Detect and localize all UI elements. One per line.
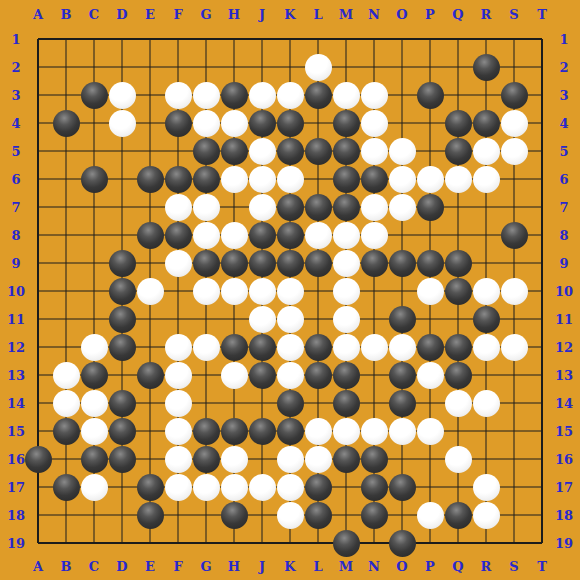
col-label-bottom-N: N bbox=[368, 560, 380, 573]
col-label-top-A: A bbox=[33, 8, 43, 21]
black-stone-D14[interactable] bbox=[109, 390, 136, 417]
row-label-right-12: 12 bbox=[555, 341, 573, 354]
black-stone-M19[interactable] bbox=[333, 530, 360, 557]
col-label-top-S: S bbox=[509, 8, 518, 21]
black-stone-Q5[interactable] bbox=[445, 138, 472, 165]
row-label-left-17: 17 bbox=[7, 481, 25, 494]
white-stone-J7[interactable] bbox=[249, 194, 276, 221]
go-board[interactable]: AABBCCDDEEFFGGHHJJKKLLMMNNOOPPQQRRSSTT11… bbox=[0, 0, 580, 580]
white-stone-K16[interactable] bbox=[277, 446, 304, 473]
white-stone-S5[interactable] bbox=[501, 138, 528, 165]
white-stone-O6[interactable] bbox=[389, 166, 416, 193]
white-stone-J10[interactable] bbox=[249, 278, 276, 305]
white-stone-G3[interactable] bbox=[193, 82, 220, 109]
col-label-top-J: J bbox=[259, 8, 265, 21]
black-stone-D12[interactable] bbox=[109, 334, 136, 361]
row-label-left-10: 10 bbox=[7, 285, 25, 298]
white-stone-L16[interactable] bbox=[305, 446, 332, 473]
black-stone-J12[interactable] bbox=[249, 334, 276, 361]
white-stone-S12[interactable] bbox=[501, 334, 528, 361]
black-stone-H5[interactable] bbox=[221, 138, 248, 165]
black-stone-L12[interactable] bbox=[305, 334, 332, 361]
col-label-top-B: B bbox=[61, 8, 72, 21]
black-stone-J13[interactable] bbox=[249, 362, 276, 389]
white-stone-C12[interactable] bbox=[81, 334, 108, 361]
white-stone-R5[interactable] bbox=[473, 138, 500, 165]
white-stone-C17[interactable] bbox=[81, 474, 108, 501]
black-stone-M14[interactable] bbox=[333, 390, 360, 417]
black-stone-N6[interactable] bbox=[361, 166, 388, 193]
black-stone-J15[interactable] bbox=[249, 418, 276, 445]
col-label-top-E: E bbox=[145, 8, 155, 21]
row-label-right-15: 15 bbox=[555, 425, 573, 438]
col-label-bottom-L: L bbox=[313, 560, 322, 573]
white-stone-D4[interactable] bbox=[109, 110, 136, 137]
white-stone-J17[interactable] bbox=[249, 474, 276, 501]
white-stone-F16[interactable] bbox=[165, 446, 192, 473]
black-stone-O19[interactable] bbox=[389, 530, 416, 557]
black-stone-Q18[interactable] bbox=[445, 502, 472, 529]
black-stone-M7[interactable] bbox=[333, 194, 360, 221]
black-stone-K5[interactable] bbox=[277, 138, 304, 165]
white-stone-N15[interactable] bbox=[361, 418, 388, 445]
col-label-bottom-T: T bbox=[537, 560, 547, 573]
black-stone-R4[interactable] bbox=[473, 110, 500, 137]
row-label-right-5: 5 bbox=[559, 145, 568, 158]
white-stone-R17[interactable] bbox=[473, 474, 500, 501]
col-label-top-R: R bbox=[481, 8, 492, 21]
col-label-top-O: O bbox=[396, 8, 407, 21]
black-stone-H9[interactable] bbox=[221, 250, 248, 277]
col-label-bottom-J: J bbox=[259, 560, 265, 573]
row-label-left-5: 5 bbox=[11, 145, 20, 158]
black-stone-M13[interactable] bbox=[333, 362, 360, 389]
white-stone-G7[interactable] bbox=[193, 194, 220, 221]
white-stone-S10[interactable] bbox=[501, 278, 528, 305]
black-stone-E6[interactable] bbox=[137, 166, 164, 193]
black-stone-A16[interactable] bbox=[25, 446, 52, 473]
white-stone-P10[interactable] bbox=[417, 278, 444, 305]
white-stone-E10[interactable] bbox=[137, 278, 164, 305]
white-stone-M12[interactable] bbox=[333, 334, 360, 361]
black-stone-C6[interactable] bbox=[81, 166, 108, 193]
row-label-left-7: 7 bbox=[11, 201, 20, 214]
row-label-left-14: 14 bbox=[7, 397, 25, 410]
black-stone-M16[interactable] bbox=[333, 446, 360, 473]
black-stone-P3[interactable] bbox=[417, 82, 444, 109]
white-stone-H16[interactable] bbox=[221, 446, 248, 473]
white-stone-M10[interactable] bbox=[333, 278, 360, 305]
black-stone-C3[interactable] bbox=[81, 82, 108, 109]
black-stone-K7[interactable] bbox=[277, 194, 304, 221]
col-label-bottom-P: P bbox=[425, 560, 435, 573]
col-label-bottom-A: A bbox=[33, 560, 43, 573]
black-stone-O14[interactable] bbox=[389, 390, 416, 417]
row-label-left-12: 12 bbox=[7, 341, 25, 354]
col-label-bottom-E: E bbox=[145, 560, 155, 573]
col-label-top-N: N bbox=[368, 8, 380, 21]
black-stone-P12[interactable] bbox=[417, 334, 444, 361]
white-stone-K13[interactable] bbox=[277, 362, 304, 389]
col-label-bottom-G: G bbox=[200, 560, 211, 573]
col-label-top-L: L bbox=[313, 8, 322, 21]
row-label-left-16: 16 bbox=[7, 453, 25, 466]
col-label-bottom-M: M bbox=[339, 560, 353, 573]
white-stone-F13[interactable] bbox=[165, 362, 192, 389]
white-stone-J5[interactable] bbox=[249, 138, 276, 165]
black-stone-N17[interactable] bbox=[361, 474, 388, 501]
white-stone-B13[interactable] bbox=[53, 362, 80, 389]
black-stone-Q9[interactable] bbox=[445, 250, 472, 277]
row-label-right-18: 18 bbox=[555, 509, 573, 522]
white-stone-R18[interactable] bbox=[473, 502, 500, 529]
col-label-bottom-B: B bbox=[61, 560, 72, 573]
white-stone-N5[interactable] bbox=[361, 138, 388, 165]
white-stone-K12[interactable] bbox=[277, 334, 304, 361]
black-stone-L5[interactable] bbox=[305, 138, 332, 165]
white-stone-R6[interactable] bbox=[473, 166, 500, 193]
black-stone-G15[interactable] bbox=[193, 418, 220, 445]
white-stone-K3[interactable] bbox=[277, 82, 304, 109]
row-label-right-13: 13 bbox=[555, 369, 573, 382]
col-label-bottom-O: O bbox=[396, 560, 407, 573]
white-stone-F12[interactable] bbox=[165, 334, 192, 361]
row-label-left-4: 4 bbox=[11, 117, 20, 130]
white-stone-L15[interactable] bbox=[305, 418, 332, 445]
black-stone-K14[interactable] bbox=[277, 390, 304, 417]
row-label-left-9: 9 bbox=[11, 257, 20, 270]
white-stone-M15[interactable] bbox=[333, 418, 360, 445]
col-label-bottom-R: R bbox=[481, 560, 492, 573]
white-stone-M8[interactable] bbox=[333, 222, 360, 249]
white-stone-O5[interactable] bbox=[389, 138, 416, 165]
black-stone-F8[interactable] bbox=[165, 222, 192, 249]
black-stone-C13[interactable] bbox=[81, 362, 108, 389]
row-label-right-6: 6 bbox=[559, 173, 568, 186]
black-stone-M4[interactable] bbox=[333, 110, 360, 137]
row-label-left-6: 6 bbox=[11, 173, 20, 186]
white-stone-N7[interactable] bbox=[361, 194, 388, 221]
col-label-bottom-F: F bbox=[173, 560, 182, 573]
row-label-left-1: 1 bbox=[11, 33, 20, 46]
black-stone-O17[interactable] bbox=[389, 474, 416, 501]
row-label-right-8: 8 bbox=[559, 229, 568, 242]
white-stone-F15[interactable] bbox=[165, 418, 192, 445]
white-stone-L8[interactable] bbox=[305, 222, 332, 249]
white-stone-R10[interactable] bbox=[473, 278, 500, 305]
black-stone-L3[interactable] bbox=[305, 82, 332, 109]
black-stone-R11[interactable] bbox=[473, 306, 500, 333]
white-stone-J11[interactable] bbox=[249, 306, 276, 333]
white-stone-F7[interactable] bbox=[165, 194, 192, 221]
black-stone-P7[interactable] bbox=[417, 194, 444, 221]
row-label-left-11: 11 bbox=[7, 313, 25, 326]
black-stone-G6[interactable] bbox=[193, 166, 220, 193]
row-label-right-9: 9 bbox=[559, 257, 568, 270]
row-label-right-11: 11 bbox=[555, 313, 573, 326]
black-stone-D10[interactable] bbox=[109, 278, 136, 305]
white-stone-N3[interactable] bbox=[361, 82, 388, 109]
col-label-top-P: P bbox=[425, 8, 435, 21]
black-stone-G9[interactable] bbox=[193, 250, 220, 277]
white-stone-J3[interactable] bbox=[249, 82, 276, 109]
black-stone-J8[interactable] bbox=[249, 222, 276, 249]
black-stone-K15[interactable] bbox=[277, 418, 304, 445]
black-stone-N16[interactable] bbox=[361, 446, 388, 473]
black-stone-K8[interactable] bbox=[277, 222, 304, 249]
row-label-right-16: 16 bbox=[555, 453, 573, 466]
col-label-top-D: D bbox=[116, 8, 127, 21]
white-stone-P13[interactable] bbox=[417, 362, 444, 389]
white-stone-Q14[interactable] bbox=[445, 390, 472, 417]
black-stone-R2[interactable] bbox=[473, 54, 500, 81]
row-label-left-15: 15 bbox=[7, 425, 25, 438]
row-label-left-2: 2 bbox=[11, 61, 20, 74]
white-stone-K10[interactable] bbox=[277, 278, 304, 305]
white-stone-K11[interactable] bbox=[277, 306, 304, 333]
white-stone-G12[interactable] bbox=[193, 334, 220, 361]
row-label-left-18: 18 bbox=[7, 509, 25, 522]
col-label-bottom-K: K bbox=[284, 560, 295, 573]
row-label-right-3: 3 bbox=[559, 89, 568, 102]
white-stone-R14[interactable] bbox=[473, 390, 500, 417]
row-label-right-2: 2 bbox=[559, 61, 568, 74]
black-stone-F6[interactable] bbox=[165, 166, 192, 193]
black-stone-H3[interactable] bbox=[221, 82, 248, 109]
white-stone-F14[interactable] bbox=[165, 390, 192, 417]
black-stone-Q13[interactable] bbox=[445, 362, 472, 389]
black-stone-D11[interactable] bbox=[109, 306, 136, 333]
black-stone-P9[interactable] bbox=[417, 250, 444, 277]
white-stone-D3[interactable] bbox=[109, 82, 136, 109]
row-label-right-7: 7 bbox=[559, 201, 568, 214]
black-stone-C16[interactable] bbox=[81, 446, 108, 473]
black-stone-L17[interactable] bbox=[305, 474, 332, 501]
row-label-right-14: 14 bbox=[555, 397, 573, 410]
white-stone-O7[interactable] bbox=[389, 194, 416, 221]
black-stone-M6[interactable] bbox=[333, 166, 360, 193]
white-stone-N4[interactable] bbox=[361, 110, 388, 137]
white-stone-M11[interactable] bbox=[333, 306, 360, 333]
black-stone-B15[interactable] bbox=[53, 418, 80, 445]
black-stone-J4[interactable] bbox=[249, 110, 276, 137]
black-stone-D15[interactable] bbox=[109, 418, 136, 445]
col-label-bottom-S: S bbox=[509, 560, 518, 573]
row-label-left-3: 3 bbox=[11, 89, 20, 102]
black-stone-M5[interactable] bbox=[333, 138, 360, 165]
white-stone-H13[interactable] bbox=[221, 362, 248, 389]
black-stone-N9[interactable] bbox=[361, 250, 388, 277]
white-stone-O15[interactable] bbox=[389, 418, 416, 445]
black-stone-B17[interactable] bbox=[53, 474, 80, 501]
col-label-bottom-C: C bbox=[89, 560, 99, 573]
black-stone-L9[interactable] bbox=[305, 250, 332, 277]
white-stone-G10[interactable] bbox=[193, 278, 220, 305]
col-label-bottom-D: D bbox=[116, 560, 127, 573]
col-label-top-C: C bbox=[89, 8, 99, 21]
black-stone-S8[interactable] bbox=[501, 222, 528, 249]
white-stone-K17[interactable] bbox=[277, 474, 304, 501]
white-stone-H17[interactable] bbox=[221, 474, 248, 501]
white-stone-G17[interactable] bbox=[193, 474, 220, 501]
white-stone-S4[interactable] bbox=[501, 110, 528, 137]
black-stone-Q12[interactable] bbox=[445, 334, 472, 361]
col-label-top-K: K bbox=[284, 8, 295, 21]
white-stone-F3[interactable] bbox=[165, 82, 192, 109]
white-stone-F17[interactable] bbox=[165, 474, 192, 501]
white-stone-K6[interactable] bbox=[277, 166, 304, 193]
white-stone-F9[interactable] bbox=[165, 250, 192, 277]
black-stone-E18[interactable] bbox=[137, 502, 164, 529]
black-stone-H18[interactable] bbox=[221, 502, 248, 529]
row-label-left-13: 13 bbox=[7, 369, 25, 382]
white-stone-H4[interactable] bbox=[221, 110, 248, 137]
black-stone-G5[interactable] bbox=[193, 138, 220, 165]
white-stone-G8[interactable] bbox=[193, 222, 220, 249]
white-stone-R12[interactable] bbox=[473, 334, 500, 361]
white-stone-Q16[interactable] bbox=[445, 446, 472, 473]
col-label-bottom-H: H bbox=[228, 560, 240, 573]
black-stone-L18[interactable] bbox=[305, 502, 332, 529]
black-stone-D16[interactable] bbox=[109, 446, 136, 473]
black-stone-Q4[interactable] bbox=[445, 110, 472, 137]
black-stone-L13[interactable] bbox=[305, 362, 332, 389]
black-stone-J9[interactable] bbox=[249, 250, 276, 277]
white-stone-H10[interactable] bbox=[221, 278, 248, 305]
white-stone-P6[interactable] bbox=[417, 166, 444, 193]
white-stone-M3[interactable] bbox=[333, 82, 360, 109]
black-stone-O13[interactable] bbox=[389, 362, 416, 389]
col-label-top-Q: Q bbox=[452, 8, 463, 21]
white-stone-H6[interactable] bbox=[221, 166, 248, 193]
white-stone-P15[interactable] bbox=[417, 418, 444, 445]
col-label-top-G: G bbox=[200, 8, 211, 21]
row-label-right-19: 19 bbox=[555, 537, 573, 550]
black-stone-L7[interactable] bbox=[305, 194, 332, 221]
row-label-right-1: 1 bbox=[559, 33, 568, 46]
col-label-bottom-Q: Q bbox=[452, 560, 463, 573]
white-stone-J6[interactable] bbox=[249, 166, 276, 193]
black-stone-E13[interactable] bbox=[137, 362, 164, 389]
row-label-right-10: 10 bbox=[555, 285, 573, 298]
black-stone-B4[interactable] bbox=[53, 110, 80, 137]
white-stone-G4[interactable] bbox=[193, 110, 220, 137]
black-stone-Q10[interactable] bbox=[445, 278, 472, 305]
white-stone-P18[interactable] bbox=[417, 502, 444, 529]
col-label-top-H: H bbox=[228, 8, 240, 21]
col-label-top-M: M bbox=[339, 8, 353, 21]
col-label-top-T: T bbox=[537, 8, 547, 21]
white-stone-N12[interactable] bbox=[361, 334, 388, 361]
white-stone-H8[interactable] bbox=[221, 222, 248, 249]
white-stone-C14[interactable] bbox=[81, 390, 108, 417]
white-stone-N8[interactable] bbox=[361, 222, 388, 249]
black-stone-D9[interactable] bbox=[109, 250, 136, 277]
row-label-right-17: 17 bbox=[555, 481, 573, 494]
col-label-top-F: F bbox=[173, 8, 182, 21]
black-stone-K4[interactable] bbox=[277, 110, 304, 137]
black-stone-G16[interactable] bbox=[193, 446, 220, 473]
white-stone-B14[interactable] bbox=[53, 390, 80, 417]
row-label-right-4: 4 bbox=[559, 117, 568, 130]
black-stone-E8[interactable] bbox=[137, 222, 164, 249]
black-stone-H12[interactable] bbox=[221, 334, 248, 361]
black-stone-N18[interactable] bbox=[361, 502, 388, 529]
white-stone-L2[interactable] bbox=[305, 54, 332, 81]
black-stone-E17[interactable] bbox=[137, 474, 164, 501]
row-label-left-19: 19 bbox=[7, 537, 25, 550]
white-stone-Q6[interactable] bbox=[445, 166, 472, 193]
black-stone-H15[interactable] bbox=[221, 418, 248, 445]
white-stone-O12[interactable] bbox=[389, 334, 416, 361]
black-stone-S3[interactable] bbox=[501, 82, 528, 109]
white-stone-M9[interactable] bbox=[333, 250, 360, 277]
black-stone-F4[interactable] bbox=[165, 110, 192, 137]
black-stone-K9[interactable] bbox=[277, 250, 304, 277]
black-stone-O11[interactable] bbox=[389, 306, 416, 333]
white-stone-K18[interactable] bbox=[277, 502, 304, 529]
black-stone-O9[interactable] bbox=[389, 250, 416, 277]
white-stone-C15[interactable] bbox=[81, 418, 108, 445]
row-label-left-8: 8 bbox=[11, 229, 20, 242]
